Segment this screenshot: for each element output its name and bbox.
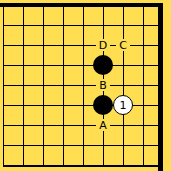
board-cell bbox=[143, 25, 158, 45]
board-cell bbox=[123, 145, 143, 165]
board-cell bbox=[23, 105, 43, 125]
stone-move-number: 1 bbox=[120, 100, 127, 111]
board-cell bbox=[143, 105, 158, 125]
board-cell bbox=[143, 5, 158, 25]
board-cell bbox=[23, 5, 43, 25]
label-b[interactable]: B bbox=[96, 79, 110, 91]
board-cell bbox=[43, 145, 63, 165]
board-cell bbox=[3, 125, 23, 145]
board-cell bbox=[3, 45, 23, 65]
board-cell bbox=[23, 145, 43, 165]
board-cell bbox=[63, 105, 83, 125]
stone-black-q16 bbox=[93, 55, 113, 75]
board-cell bbox=[63, 45, 83, 65]
board-cell bbox=[43, 125, 63, 145]
board-cell bbox=[3, 85, 23, 105]
board-cell bbox=[23, 65, 43, 85]
board-cell bbox=[43, 65, 63, 85]
label-a[interactable]: A bbox=[96, 119, 110, 131]
board-right-edge bbox=[158, 3, 163, 171]
board-cell bbox=[43, 45, 63, 65]
board-cell bbox=[23, 85, 43, 105]
board-cell bbox=[83, 145, 103, 165]
board-cell bbox=[23, 125, 43, 145]
board-cell bbox=[3, 145, 23, 165]
stone-white-r14: 1 bbox=[113, 95, 133, 115]
board-cell bbox=[3, 65, 23, 85]
board-top-edge bbox=[0, 3, 163, 7]
board-cell bbox=[123, 5, 143, 25]
board-cell bbox=[23, 25, 43, 45]
board-cell bbox=[103, 5, 123, 25]
label-c[interactable]: C bbox=[116, 39, 130, 51]
board-cell bbox=[63, 85, 83, 105]
board-cell bbox=[63, 125, 83, 145]
label-d[interactable]: D bbox=[96, 39, 110, 51]
board-cell bbox=[143, 45, 158, 65]
board-cell bbox=[43, 5, 63, 25]
board-cell bbox=[3, 105, 23, 125]
board-cell bbox=[143, 85, 158, 105]
board-cell bbox=[143, 125, 158, 145]
board-grid bbox=[3, 5, 158, 167]
board-cell bbox=[83, 5, 103, 25]
board-cell bbox=[123, 125, 143, 145]
board-cell bbox=[63, 25, 83, 45]
board-cell bbox=[103, 145, 123, 165]
board-cell bbox=[43, 25, 63, 45]
board-cell bbox=[143, 145, 158, 165]
board-cell bbox=[43, 85, 63, 105]
board-cell bbox=[123, 65, 143, 85]
board-cell bbox=[143, 65, 158, 85]
board-cell bbox=[23, 45, 43, 65]
board-cell bbox=[63, 5, 83, 25]
board-cell bbox=[63, 65, 83, 85]
go-board[interactable]: 1DCBA bbox=[0, 0, 171, 171]
board-cell bbox=[3, 25, 23, 45]
board-cell bbox=[43, 105, 63, 125]
board-cell bbox=[3, 5, 23, 25]
board-cell bbox=[63, 145, 83, 165]
stone-black-q14 bbox=[93, 95, 113, 115]
